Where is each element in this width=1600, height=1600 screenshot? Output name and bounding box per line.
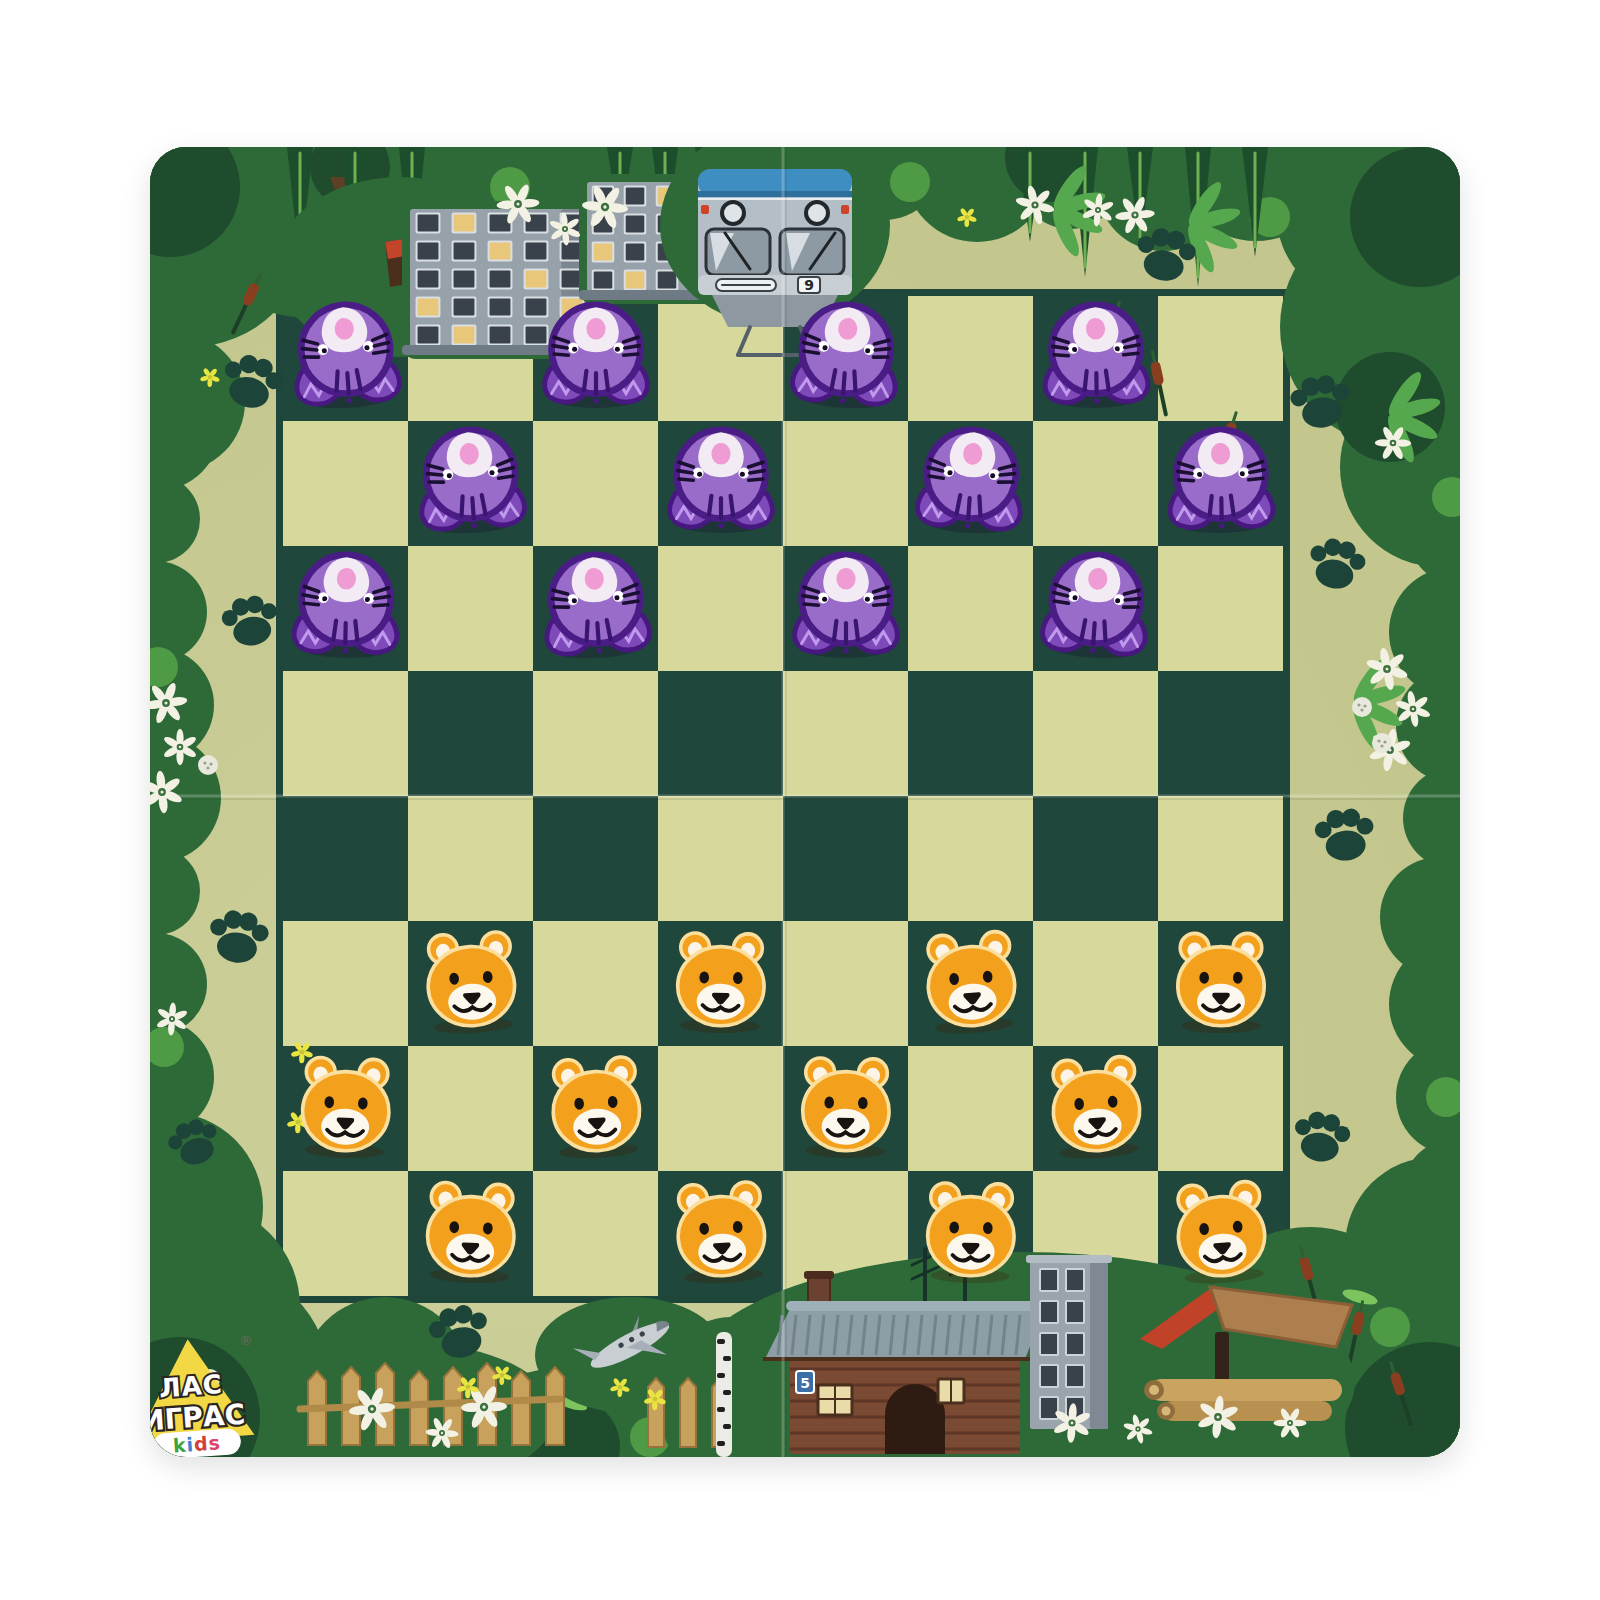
purple-mole-piece[interactable]	[533, 541, 658, 666]
square-d4[interactable]	[658, 796, 783, 921]
square-c7[interactable]	[533, 421, 658, 546]
square-h6[interactable]	[1158, 546, 1283, 671]
square-d2[interactable]	[658, 1046, 783, 1171]
orange-bear-piece[interactable]	[533, 1041, 658, 1166]
square-g3[interactable]	[1033, 921, 1158, 1046]
purple-mole-piece[interactable]	[658, 416, 783, 541]
plane-illustration	[573, 1303, 681, 1392]
square-c1[interactable]	[533, 1171, 658, 1296]
orange-bear-piece[interactable]	[1158, 916, 1283, 1041]
well-illustration	[1140, 1285, 1352, 1421]
square-f6[interactable]	[908, 546, 1033, 671]
purple-mole-piece[interactable]	[283, 541, 408, 666]
square-d5[interactable]	[658, 671, 783, 796]
square-h4[interactable]	[1158, 796, 1283, 921]
brand-kids: kids	[172, 1431, 221, 1456]
square-h5[interactable]	[1158, 671, 1283, 796]
brand-line2: ИГРАС	[150, 1398, 246, 1438]
square-e4[interactable]	[783, 796, 908, 921]
product-photo: 95®ЛАСИГРАСkids	[0, 0, 1600, 1600]
square-c3[interactable]	[533, 921, 658, 1046]
purple-mole-piece[interactable]	[783, 291, 908, 416]
square-a3[interactable]	[283, 921, 408, 1046]
square-a1[interactable]	[283, 1171, 408, 1296]
purple-mole-piece[interactable]	[408, 416, 533, 541]
birch-illustration	[716, 1332, 732, 1457]
square-b2[interactable]	[408, 1046, 533, 1171]
square-a7[interactable]	[283, 421, 408, 546]
orange-bear-piece[interactable]	[658, 916, 783, 1041]
square-f5[interactable]	[908, 671, 1033, 796]
purple-mole-piece[interactable]	[908, 416, 1033, 541]
square-b5[interactable]	[408, 671, 533, 796]
birdhouse-illustration	[385, 227, 480, 287]
purple-mole-piece[interactable]	[783, 541, 908, 666]
square-d6[interactable]	[658, 546, 783, 671]
orange-bear-piece[interactable]	[658, 1166, 783, 1291]
game-mat: 95®ЛАСИГРАСkids	[150, 147, 1460, 1457]
square-f8[interactable]	[908, 296, 1033, 421]
square-c4[interactable]	[533, 796, 658, 921]
square-g1[interactable]	[1033, 1171, 1158, 1296]
orange-bear-piece[interactable]	[908, 916, 1033, 1041]
apartment-building-illustration	[579, 174, 723, 304]
purple-mole-piece[interactable]	[1158, 416, 1283, 541]
purple-mole-piece[interactable]	[1033, 291, 1158, 416]
square-b6[interactable]	[408, 546, 533, 671]
square-g4[interactable]	[1033, 796, 1158, 921]
orange-bear-piece[interactable]	[908, 1166, 1033, 1291]
square-e3[interactable]	[783, 921, 908, 1046]
square-c5[interactable]	[533, 671, 658, 796]
square-a4[interactable]	[283, 796, 408, 921]
square-g7[interactable]	[1033, 421, 1158, 546]
square-g5[interactable]	[1033, 671, 1158, 796]
square-h8[interactable]	[1158, 296, 1283, 421]
purple-mole-piece[interactable]	[283, 291, 408, 416]
orange-bear-piece[interactable]	[408, 1166, 533, 1291]
square-d8[interactable]	[658, 296, 783, 421]
fence-illustration	[300, 1363, 728, 1447]
square-e1[interactable]	[783, 1171, 908, 1296]
square-b8[interactable]	[408, 296, 533, 421]
orange-bear-piece[interactable]	[783, 1041, 908, 1166]
square-e5[interactable]	[783, 671, 908, 796]
house-number: 5	[800, 1375, 810, 1391]
brand-line1: ЛАС	[158, 1369, 224, 1403]
purple-mole-piece[interactable]	[533, 291, 658, 416]
square-e7[interactable]	[783, 421, 908, 546]
orange-bear-piece[interactable]	[283, 1041, 408, 1166]
purple-mole-piece[interactable]	[1033, 541, 1158, 666]
orange-bear-piece[interactable]	[408, 916, 533, 1041]
square-a5[interactable]	[283, 671, 408, 796]
square-b4[interactable]	[408, 796, 533, 921]
brand-logo: ®ЛАСИГРАСkids	[150, 1333, 260, 1457]
orange-bear-piece[interactable]	[1158, 1166, 1283, 1291]
registered-mark: ®	[239, 1333, 253, 1349]
square-f4[interactable]	[908, 796, 1033, 921]
square-f2[interactable]	[908, 1046, 1033, 1171]
square-h2[interactable]	[1158, 1046, 1283, 1171]
orange-bear-piece[interactable]	[1033, 1041, 1158, 1166]
